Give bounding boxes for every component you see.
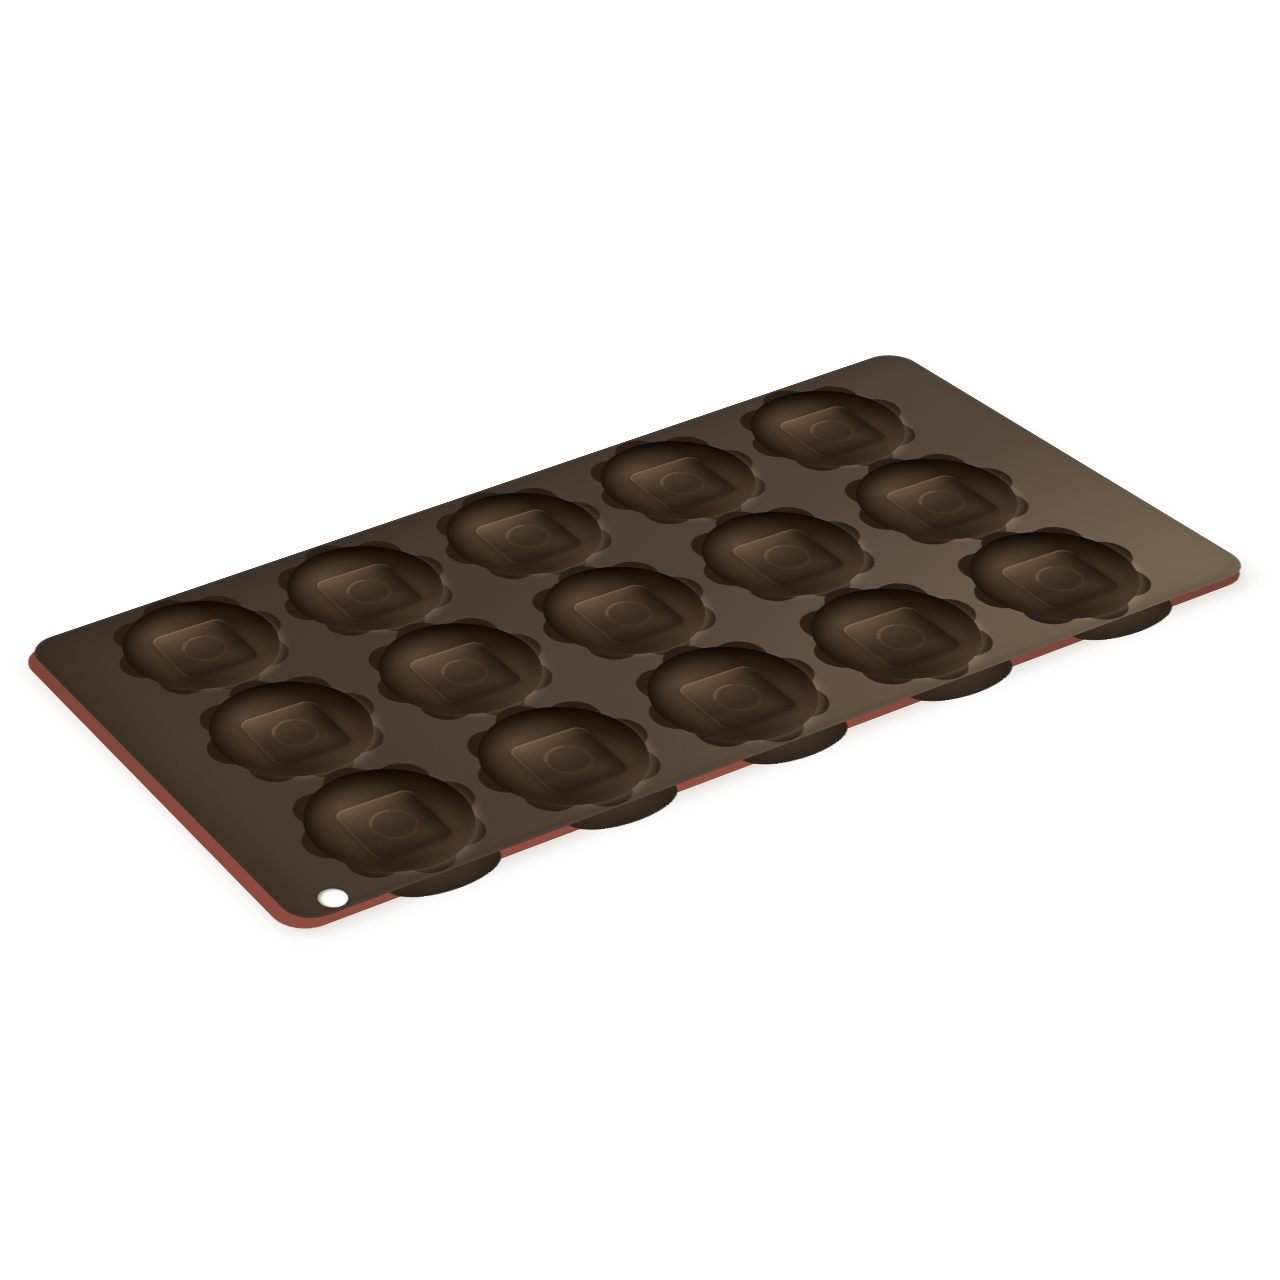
cavity-grid bbox=[24, 350, 895, 646]
hanging-hole bbox=[312, 885, 354, 911]
chocolate-mold-tray bbox=[24, 350, 1255, 926]
product-photo bbox=[0, 0, 1280, 1280]
